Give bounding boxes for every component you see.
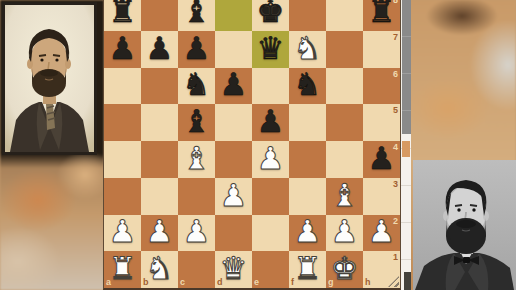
square-h2[interactable]: ♟2: [363, 215, 400, 252]
square-e8[interactable]: ♚: [252, 0, 289, 31]
white-queen-d1[interactable]: ♛: [220, 253, 248, 284]
rank-label-2: 2: [393, 217, 398, 226]
square-b6[interactable]: [141, 68, 178, 105]
white-rook-f1[interactable]: ♜: [294, 253, 322, 284]
portrait-photo-illustration: [413, 160, 516, 290]
file-label-a: a: [106, 278, 111, 287]
square-h7[interactable]: 7: [363, 31, 400, 68]
square-g5[interactable]: [326, 104, 363, 141]
rank-label-5: 5: [393, 106, 398, 115]
resize-handle-icon[interactable]: [388, 276, 399, 287]
square-b7[interactable]: ♟: [141, 31, 178, 68]
top-left-player-photo: [2, 2, 97, 155]
file-label-e: e: [254, 278, 259, 287]
square-c7[interactable]: ♟: [178, 31, 215, 68]
square-f5[interactable]: [289, 104, 326, 141]
square-e3[interactable]: [252, 178, 289, 215]
white-pawn-b2[interactable]: ♟: [146, 216, 174, 247]
square-d2[interactable]: [215, 215, 252, 252]
black-rook-h8[interactable]: ♜: [368, 0, 396, 27]
square-h8[interactable]: ♜8: [363, 0, 400, 31]
white-pawn-g2[interactable]: ♟: [331, 216, 359, 247]
square-a8[interactable]: ♜: [104, 0, 141, 31]
square-d5[interactable]: [215, 104, 252, 141]
square-f1[interactable]: ♜f: [289, 251, 326, 288]
white-knight-b1[interactable]: ♞: [146, 253, 174, 284]
square-f6[interactable]: ♞: [289, 68, 326, 105]
square-a3[interactable]: [104, 178, 141, 215]
black-pawn-a7[interactable]: ♟: [109, 33, 137, 64]
black-bishop-c5[interactable]: ♝: [183, 106, 211, 137]
scrollbar-track-lines: [401, 134, 411, 290]
white-rook-a1[interactable]: ♜: [109, 253, 137, 284]
rank-label-6: 6: [393, 70, 398, 79]
square-g2[interactable]: ♟: [326, 215, 363, 252]
file-label-d: d: [217, 278, 223, 287]
square-g8[interactable]: [326, 0, 363, 31]
rank-label-4: 4: [393, 143, 398, 152]
square-g3[interactable]: ♝: [326, 178, 363, 215]
square-b8[interactable]: [141, 0, 178, 31]
rank-label-8: 8: [393, 0, 398, 5]
chess-board: ♜♝♚♜8♟♟♟♛♞7♞♟♞6♝♟5♝♟♟4♟♝3♟♟♟♟♟♟2♜a♞bc♛de…: [104, 0, 400, 288]
square-f3[interactable]: [289, 178, 326, 215]
scrollbar-thumb[interactable]: [401, 0, 411, 134]
square-c1[interactable]: c: [178, 251, 215, 288]
scrollbar-bottom-block: [404, 272, 411, 290]
white-king-g1[interactable]: ♚: [331, 253, 359, 284]
square-e5[interactable]: ♟: [252, 104, 289, 141]
white-pawn-d3[interactable]: ♟: [220, 180, 248, 211]
black-queen-e7[interactable]: ♛: [257, 33, 285, 64]
square-h5[interactable]: 5: [363, 104, 400, 141]
portrait-photo-illustration: [2, 2, 97, 155]
file-label-c: c: [180, 278, 185, 287]
square-b2[interactable]: ♟: [141, 215, 178, 252]
white-knight-f7[interactable]: ♞: [294, 33, 322, 64]
white-bishop-g3[interactable]: ♝: [331, 180, 359, 211]
square-h3[interactable]: 3: [363, 178, 400, 215]
black-pawn-b7[interactable]: ♟: [146, 33, 174, 64]
square-f7[interactable]: ♞: [289, 31, 326, 68]
square-g1[interactable]: ♚g: [326, 251, 363, 288]
file-label-g: g: [328, 278, 334, 287]
square-c2[interactable]: ♟: [178, 215, 215, 252]
square-c3[interactable]: [178, 178, 215, 215]
black-pawn-c7[interactable]: ♟: [183, 33, 211, 64]
square-c8[interactable]: ♝: [178, 0, 215, 31]
square-d6[interactable]: ♟: [215, 68, 252, 105]
black-king-e8[interactable]: ♚: [257, 0, 285, 27]
square-d7[interactable]: [215, 31, 252, 68]
square-d3[interactable]: ♟: [215, 178, 252, 215]
square-c6[interactable]: ♞: [178, 68, 215, 105]
black-pawn-e5[interactable]: ♟: [257, 106, 285, 137]
square-c4[interactable]: ♝: [178, 141, 215, 178]
square-a6[interactable]: [104, 68, 141, 105]
square-e4[interactable]: ♟: [252, 141, 289, 178]
black-pawn-d6[interactable]: ♟: [220, 69, 248, 100]
square-h6[interactable]: 6: [363, 68, 400, 105]
white-pawn-a2[interactable]: ♟: [109, 216, 137, 247]
rank-label-3: 3: [393, 180, 398, 189]
square-g7[interactable]: [326, 31, 363, 68]
file-label-h: h: [365, 278, 371, 287]
square-f2[interactable]: ♟: [289, 215, 326, 252]
white-pawn-e4[interactable]: ♟: [257, 143, 285, 174]
square-f8[interactable]: [289, 0, 326, 31]
square-h4[interactable]: ♟4: [363, 141, 400, 178]
scrollbar[interactable]: [401, 0, 411, 290]
square-h1[interactable]: 1h: [363, 251, 400, 288]
square-b5[interactable]: [141, 104, 178, 141]
square-d8[interactable]: [215, 0, 252, 31]
square-a1[interactable]: ♜a: [104, 251, 141, 288]
square-e6[interactable]: [252, 68, 289, 105]
black-bishop-c8[interactable]: ♝: [183, 0, 211, 27]
square-g4[interactable]: [326, 141, 363, 178]
square-c5[interactable]: ♝: [178, 104, 215, 141]
square-a5[interactable]: [104, 104, 141, 141]
file-label-f: f: [291, 278, 294, 287]
black-pawn-h4[interactable]: ♟: [368, 143, 396, 174]
bottom-right-player-photo: [413, 160, 516, 290]
black-rook-a8[interactable]: ♜: [109, 0, 137, 27]
square-e1[interactable]: e: [252, 251, 289, 288]
white-pawn-h2[interactable]: ♟: [368, 216, 396, 247]
square-g6[interactable]: [326, 68, 363, 105]
square-b1[interactable]: ♞b: [141, 251, 178, 288]
square-b4[interactable]: [141, 141, 178, 178]
square-e7[interactable]: ♛: [252, 31, 289, 68]
white-pawn-f2[interactable]: ♟: [294, 216, 322, 247]
file-label-b: b: [143, 278, 149, 287]
white-pawn-c2[interactable]: ♟: [183, 216, 211, 247]
square-a2[interactable]: ♟: [104, 215, 141, 252]
black-knight-c6[interactable]: ♞: [183, 69, 211, 100]
rank-label-1: 1: [393, 253, 398, 262]
white-bishop-c4[interactable]: ♝: [183, 143, 211, 174]
chess-board-frame: ♜♝♚♜8♟♟♟♛♞7♞♟♞6♝♟5♝♟♟4♟♝3♟♟♟♟♟♟2♜a♞bc♛de…: [103, 0, 401, 290]
square-d1[interactable]: ♛d: [215, 251, 252, 288]
rank-label-7: 7: [393, 33, 398, 42]
square-b3[interactable]: [141, 178, 178, 215]
scrollbar-accent-segment: [402, 141, 410, 157]
square-a7[interactable]: ♟: [104, 31, 141, 68]
square-d4[interactable]: [215, 141, 252, 178]
black-knight-f6[interactable]: ♞: [294, 69, 322, 100]
square-a4[interactable]: [104, 141, 141, 178]
square-f4[interactable]: [289, 141, 326, 178]
square-e2[interactable]: [252, 215, 289, 252]
